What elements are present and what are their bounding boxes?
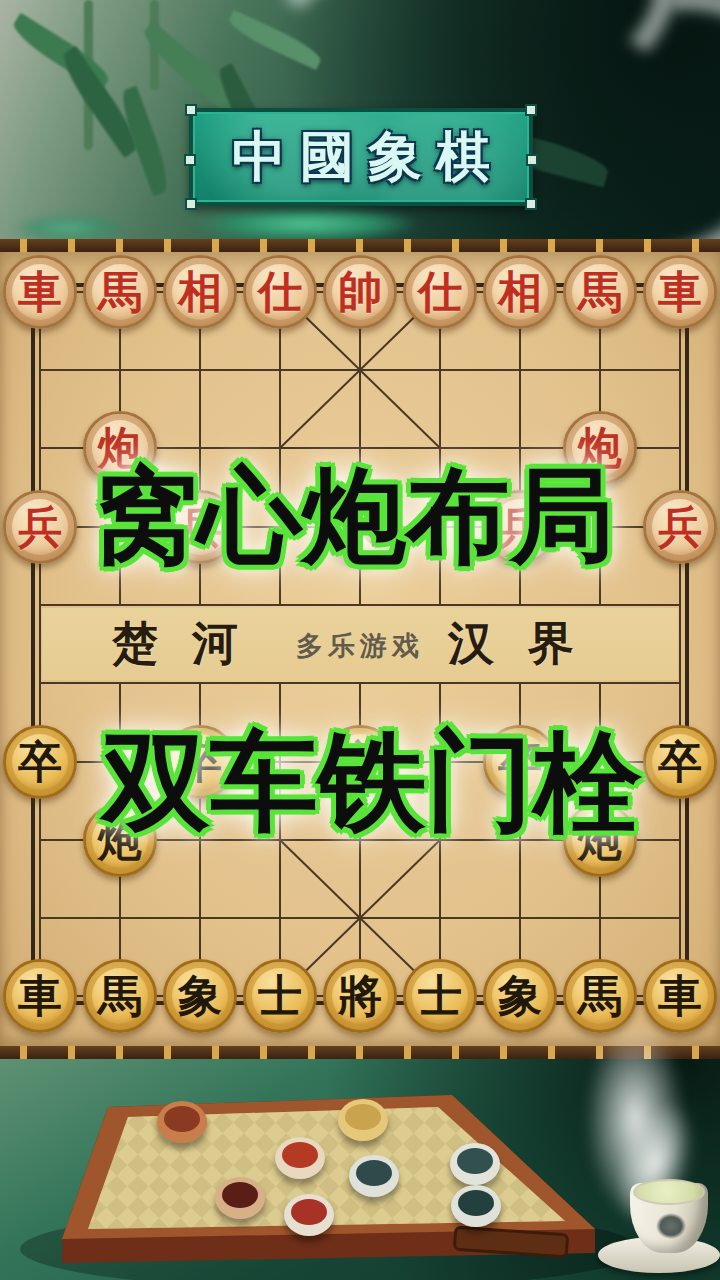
caption-line-1: 窝心炮布局 [0,448,714,588]
piece-black-advisor[interactable]: 士 [243,959,317,1033]
piece-black-horse[interactable]: 馬 [83,959,157,1033]
piece-black-elephant[interactable]: 象 [483,959,557,1033]
table-piece-icon [450,1143,500,1185]
app-title-plaque: 中國象棋 [189,108,533,206]
stud-border-top [0,239,720,252]
piece-red-advisor[interactable]: 仕 [403,255,477,329]
piece-black-general[interactable]: 將 [323,959,397,1033]
table-piece-icon [451,1185,501,1227]
table-piece-icon [349,1155,399,1197]
piece-red-horse[interactable]: 馬 [563,255,637,329]
table-scene [0,1059,720,1280]
piece-red-horse[interactable]: 馬 [83,255,157,329]
piece-black-elephant[interactable]: 象 [163,959,237,1033]
jade-glow [10,214,130,242]
river-band: 楚河 多乐游戏 汉界 [42,608,678,680]
table-piece-icon [157,1101,207,1143]
app-title: 中國象棋 [218,121,504,194]
screenshot-stage: 中國象棋 楚河 多乐游戏 汉界 車馬相仕帥仕相馬車炮炮兵兵兵兵兵卒卒卒卒卒炮炮車… [0,0,720,1280]
piece-red-elephant[interactable]: 相 [163,255,237,329]
piece-black-advisor[interactable]: 士 [403,959,477,1033]
game-watermark: 多乐游戏 [42,628,678,664]
piece-red-chariot[interactable]: 車 [643,255,717,329]
piece-red-advisor[interactable]: 仕 [243,255,317,329]
plaque-corner-icon [185,198,197,210]
piece-red-general[interactable]: 帥 [323,255,397,329]
plaque-corner-icon [184,154,196,166]
plaque-corner-icon [185,104,197,116]
plaque-corner-icon [526,154,538,166]
piece-red-elephant[interactable]: 相 [483,255,557,329]
table-piece-icon [338,1099,388,1141]
tea-surface [633,1179,705,1205]
caption-line-2: 双车铁门栓 [12,710,720,856]
piece-black-chariot[interactable]: 車 [643,959,717,1033]
cup-motif [656,1213,686,1239]
plaque-corner-icon [525,198,537,210]
table-piece-icon [275,1137,325,1179]
piece-red-chariot[interactable]: 車 [3,255,77,329]
table-piece-icon [215,1177,265,1219]
table-piece-icon [284,1194,334,1236]
jade-glow [190,206,420,242]
piece-black-chariot[interactable]: 車 [3,959,77,1033]
xiangqi-board[interactable]: 楚河 多乐游戏 汉界 車馬相仕帥仕相馬車炮炮兵兵兵兵兵卒卒卒卒卒炮炮車馬象士將士… [0,252,720,1046]
plaque-corner-icon [525,104,537,116]
